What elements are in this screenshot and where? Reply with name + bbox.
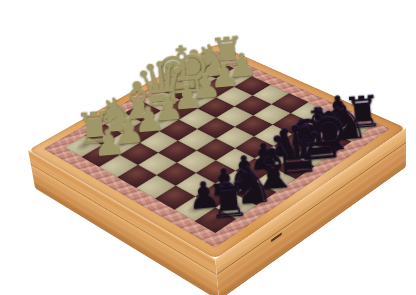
- wooden-chess-box: ♜♞♝♛♚♝♞♜♟♟♟♟♟♟♟♟♟♟♟♟♟♟♟♟♜♞♝♛♚♝♞♜: [28, 44, 406, 259]
- black-rook[interactable]: ♜: [205, 177, 239, 227]
- perspective-wrapper: ♜♞♝♛♚♝♞♜♟♟♟♟♟♟♟♟♟♟♟♟♟♟♟♟♜♞♝♛♚♝♞♜: [71, 0, 361, 284]
- photo-canvas: ♜♞♝♛♚♝♞♜♟♟♟♟♟♟♟♟♟♟♟♟♟♟♟♟♜♞♝♛♚♝♞♜: [0, 0, 416, 295]
- white-pawn[interactable]: ♟: [92, 125, 122, 162]
